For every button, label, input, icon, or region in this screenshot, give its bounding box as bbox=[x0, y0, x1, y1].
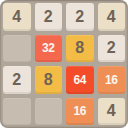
tile-32-r2c2: 32 bbox=[35, 35, 63, 63]
tile-4-r4c4: 4 bbox=[98, 98, 126, 126]
tile-2-r1c3: 2 bbox=[66, 3, 94, 31]
empty-cell-r4c2 bbox=[35, 98, 63, 126]
tile-2-r3c1: 2 bbox=[3, 66, 31, 94]
empty-cell-r4c1 bbox=[3, 98, 31, 126]
tile-8-r3c2: 8 bbox=[35, 66, 63, 94]
tile-16-r4c3: 16 bbox=[66, 98, 94, 126]
tile-4-r1c1: 4 bbox=[3, 3, 31, 31]
tile-64-r3c3: 64 bbox=[66, 66, 94, 94]
tile-2-r1c2: 2 bbox=[35, 3, 63, 31]
tile-4-r1c4: 4 bbox=[98, 3, 126, 31]
tile-8-r2c3: 8 bbox=[66, 35, 94, 63]
2048-board[interactable]: 42243282286416164 bbox=[0, 0, 128, 128]
tile-2-r2c4: 2 bbox=[98, 35, 126, 63]
tile-16-r3c4: 16 bbox=[98, 66, 126, 94]
empty-cell-r2c1 bbox=[3, 35, 31, 63]
